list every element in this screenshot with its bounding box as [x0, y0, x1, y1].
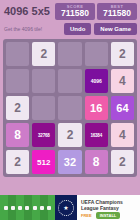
board[interactable]: 224096421664832768216384425123282	[3, 39, 137, 177]
tile-2: 2	[32, 42, 55, 66]
tile-2: 2	[111, 42, 134, 66]
soccer-field-image	[0, 195, 55, 220]
jersey-icon	[25, 206, 29, 210]
jersey-icon	[18, 206, 22, 210]
goal-text: Get the 4096 tile!	[4, 26, 42, 32]
uefa-logo: ★	[55, 195, 77, 220]
empty-cell	[58, 69, 81, 93]
tile-2: 2	[6, 150, 29, 174]
button-row: Undo New Game	[64, 23, 137, 35]
empty-cell	[32, 96, 55, 120]
starball-icon: ★	[58, 200, 74, 216]
sub-header: Get the 4096 tile! Undo New Game	[0, 20, 140, 35]
jersey-icon	[40, 206, 44, 210]
tile-8: 8	[85, 150, 108, 174]
tile-16: 16	[85, 96, 108, 120]
empty-cell	[32, 69, 55, 93]
tile-32: 32	[58, 150, 81, 174]
jersey-icon	[4, 206, 8, 210]
empty-cell	[6, 42, 29, 66]
empty-cell	[58, 42, 81, 66]
tile-2: 2	[58, 123, 81, 147]
ad-banner[interactable]: ★ UEFA Champions League Fantasy FREE INS…	[0, 195, 140, 220]
new-game-button[interactable]: New Game	[94, 23, 137, 35]
score-box: SCORE 711580	[55, 3, 95, 20]
app-title: 4096 5x5	[4, 3, 50, 20]
ad-action-row: FREE INSTALL	[81, 212, 138, 219]
empty-cell	[58, 96, 81, 120]
tile-512: 512	[32, 150, 55, 174]
tile-16384: 16384	[85, 123, 108, 147]
undo-button[interactable]: Undo	[64, 23, 91, 35]
install-button[interactable]: INSTALL	[96, 212, 121, 219]
tile-2: 2	[111, 150, 134, 174]
score-panel: SCORE 711580 BEST 711580	[55, 3, 137, 20]
tile-32768: 32768	[32, 123, 55, 147]
empty-cell	[85, 42, 108, 66]
ad-price: FREE	[81, 213, 92, 218]
tile-8: 8	[6, 123, 29, 147]
best-value: 711580	[97, 9, 137, 18]
ad-text-block: UEFA Champions League Fantasy FREE INSTA…	[77, 195, 140, 220]
jersey-icon	[47, 206, 51, 210]
jersey-icon	[11, 206, 15, 210]
best-box: BEST 711580	[97, 3, 137, 20]
tile-4: 4	[111, 69, 134, 93]
header: 4096 5x5 SCORE 711580 BEST 711580	[0, 0, 140, 20]
tile-4: 4	[111, 123, 134, 147]
tile-64: 64	[111, 96, 134, 120]
tile-4096: 4096	[85, 69, 108, 93]
game-app: 4096 5x5 SCORE 711580 BEST 711580 Get th…	[0, 0, 140, 220]
empty-cell	[6, 69, 29, 93]
tile-2: 2	[6, 96, 29, 120]
jersey-row	[0, 206, 55, 210]
score-value: 711580	[55, 9, 95, 18]
jersey-icon	[33, 206, 37, 210]
ad-app-name-line2: League Fantasy	[81, 205, 138, 211]
